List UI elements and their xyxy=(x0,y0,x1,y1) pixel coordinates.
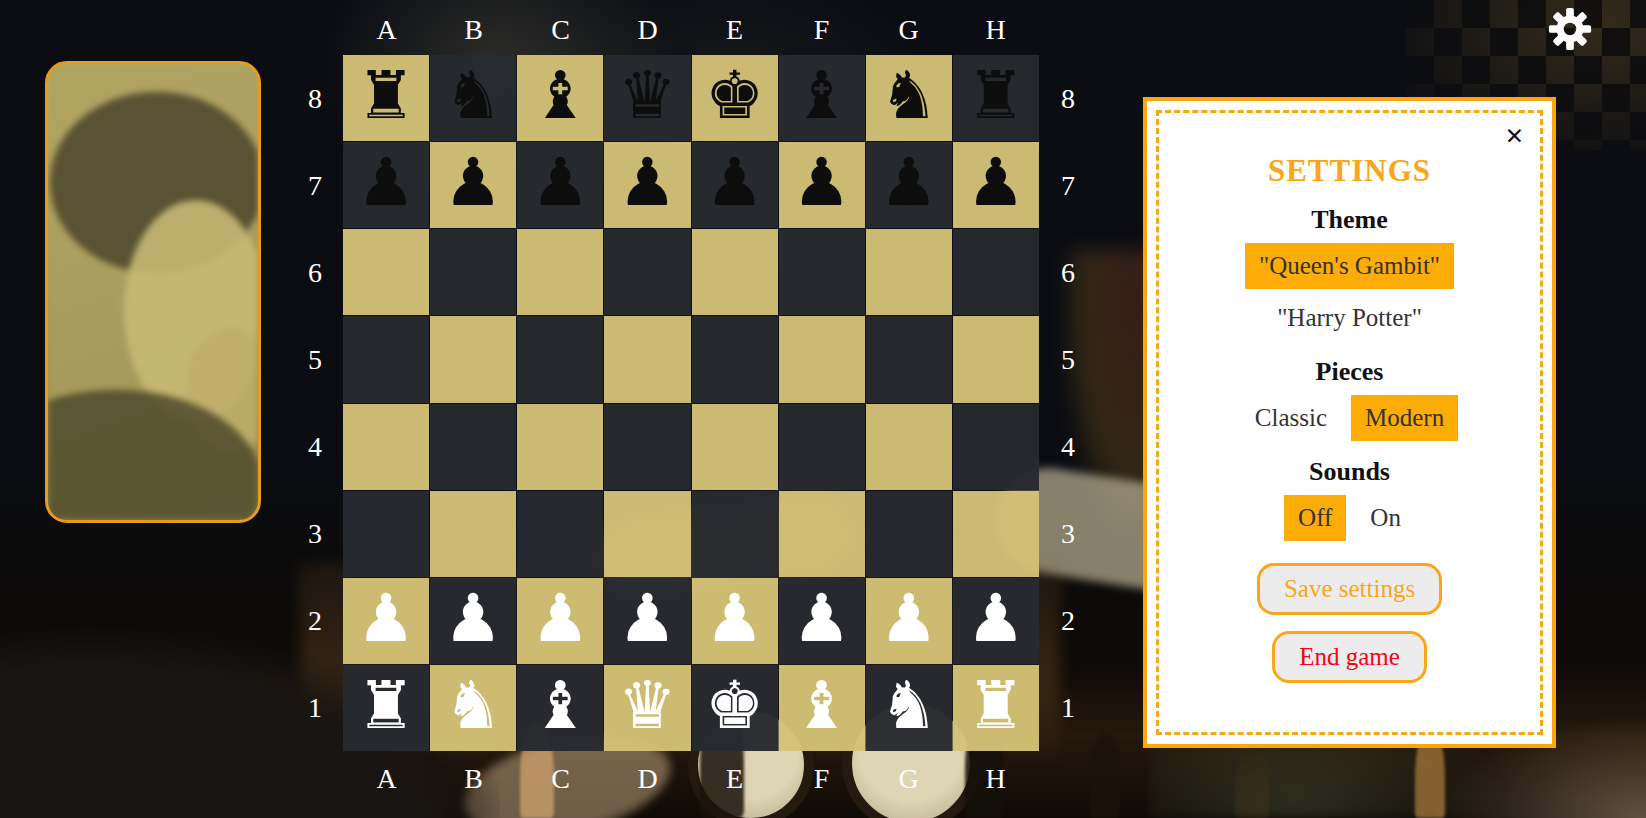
piece-white-knight: ♞ xyxy=(444,673,503,739)
square-b5[interactable] xyxy=(430,316,516,402)
rank-label-1: 1 xyxy=(1048,664,1088,751)
square-a3[interactable] xyxy=(343,491,429,577)
rank-labels-left: 87654321 xyxy=(295,55,335,751)
square-g8[interactable]: ♞ xyxy=(866,55,952,141)
rank-label-8: 8 xyxy=(1048,55,1088,142)
settings-title: SETTINGS xyxy=(1268,153,1431,189)
piece-white-rook: ♜ xyxy=(356,673,415,739)
square-g3[interactable] xyxy=(866,491,952,577)
square-g6[interactable] xyxy=(866,229,952,315)
settings-panel-inner: ✕ SETTINGS Theme "Queen's Gambit" "Harry… xyxy=(1156,110,1543,735)
rank-label-8: 8 xyxy=(295,55,335,142)
square-a6[interactable] xyxy=(343,229,429,315)
rank-label-2: 2 xyxy=(1048,577,1088,664)
rank-labels-right: 87654321 xyxy=(1048,55,1088,751)
square-d5[interactable] xyxy=(604,316,690,402)
square-e1[interactable]: ♚ xyxy=(692,665,778,751)
player-portrait xyxy=(48,64,258,520)
square-d4[interactable] xyxy=(604,404,690,490)
square-b7[interactable]: ♟ xyxy=(430,142,516,228)
square-b4[interactable] xyxy=(430,404,516,490)
square-a7[interactable]: ♟ xyxy=(343,142,429,228)
gear-icon xyxy=(1546,5,1594,53)
theme-option-queens-gambit[interactable]: "Queen's Gambit" xyxy=(1245,243,1454,289)
rank-label-4: 4 xyxy=(1048,403,1088,490)
piece-black-pawn: ♟ xyxy=(966,150,1025,216)
file-label-g: G xyxy=(865,760,952,798)
square-c3[interactable] xyxy=(517,491,603,577)
rank-label-5: 5 xyxy=(295,316,335,403)
piece-white-rook: ♜ xyxy=(966,673,1025,739)
pieces-options-row: Classic Modern xyxy=(1241,389,1458,441)
piece-black-pawn: ♟ xyxy=(531,150,590,216)
piece-white-queen: ♛ xyxy=(618,673,677,739)
square-h1[interactable]: ♜ xyxy=(953,665,1039,751)
file-label-h: H xyxy=(952,760,1039,798)
sounds-option-on[interactable]: On xyxy=(1356,495,1415,541)
square-d1[interactable]: ♛ xyxy=(604,665,690,751)
file-label-b: B xyxy=(430,760,517,798)
file-label-c: C xyxy=(517,12,604,48)
square-a1[interactable]: ♜ xyxy=(343,665,429,751)
file-label-a: A xyxy=(343,12,430,48)
rank-label-6: 6 xyxy=(295,229,335,316)
square-h8[interactable]: ♜ xyxy=(953,55,1039,141)
square-h2[interactable]: ♟ xyxy=(953,578,1039,664)
piece-white-pawn: ♟ xyxy=(879,586,938,652)
square-b3[interactable] xyxy=(430,491,516,577)
rank-label-7: 7 xyxy=(295,142,335,229)
square-g2[interactable]: ♟ xyxy=(866,578,952,664)
square-d2[interactable]: ♟ xyxy=(604,578,690,664)
square-c1[interactable]: ♝ xyxy=(517,665,603,751)
square-f7[interactable]: ♟ xyxy=(779,142,865,228)
rank-label-4: 4 xyxy=(295,403,335,490)
square-h4[interactable] xyxy=(953,404,1039,490)
piece-white-pawn: ♟ xyxy=(792,586,851,652)
piece-black-pawn: ♟ xyxy=(879,150,938,216)
square-e3[interactable] xyxy=(692,491,778,577)
file-label-g: G xyxy=(865,12,952,48)
rank-label-1: 1 xyxy=(295,664,335,751)
square-c5[interactable] xyxy=(517,316,603,402)
square-h7[interactable]: ♟ xyxy=(953,142,1039,228)
square-c2[interactable]: ♟ xyxy=(517,578,603,664)
theme-heading: Theme xyxy=(1311,205,1388,235)
piece-black-pawn: ♟ xyxy=(444,150,503,216)
square-b6[interactable] xyxy=(430,229,516,315)
file-label-f: F xyxy=(778,760,865,798)
square-g4[interactable] xyxy=(866,404,952,490)
square-e6[interactable] xyxy=(692,229,778,315)
close-icon[interactable]: ✕ xyxy=(1505,125,1524,148)
pieces-option-modern[interactable]: Modern xyxy=(1351,395,1458,441)
square-c7[interactable]: ♟ xyxy=(517,142,603,228)
rank-label-2: 2 xyxy=(295,577,335,664)
square-d3[interactable] xyxy=(604,491,690,577)
square-h6[interactable] xyxy=(953,229,1039,315)
square-f6[interactable] xyxy=(779,229,865,315)
square-b1[interactable]: ♞ xyxy=(430,665,516,751)
square-b8[interactable]: ♞ xyxy=(430,55,516,141)
piece-white-pawn: ♟ xyxy=(444,586,503,652)
square-f4[interactable] xyxy=(779,404,865,490)
piece-black-rook: ♜ xyxy=(966,63,1025,129)
piece-white-pawn: ♟ xyxy=(966,586,1025,652)
piece-black-knight: ♞ xyxy=(879,63,938,129)
rank-label-3: 3 xyxy=(295,490,335,577)
file-labels-bottom: ABCDEFGH xyxy=(343,760,1039,798)
file-label-d: D xyxy=(604,12,691,48)
file-label-h: H xyxy=(952,12,1039,48)
save-settings-button[interactable]: Save settings xyxy=(1257,563,1442,615)
square-c4[interactable] xyxy=(517,404,603,490)
square-h5[interactable] xyxy=(953,316,1039,402)
square-a8[interactable]: ♜ xyxy=(343,55,429,141)
square-g1[interactable]: ♞ xyxy=(866,665,952,751)
square-e8[interactable]: ♚ xyxy=(692,55,778,141)
piece-black-bishop: ♝ xyxy=(792,63,851,129)
file-labels-top: ABCDEFGH xyxy=(343,12,1039,48)
square-b2[interactable]: ♟ xyxy=(430,578,516,664)
square-d7[interactable]: ♟ xyxy=(604,142,690,228)
piece-white-bishop: ♝ xyxy=(792,673,851,739)
piece-white-bishop: ♝ xyxy=(531,673,590,739)
settings-panel: ✕ SETTINGS Theme "Queen's Gambit" "Harry… xyxy=(1143,97,1556,748)
piece-white-pawn: ♟ xyxy=(705,586,764,652)
square-e7[interactable]: ♟ xyxy=(692,142,778,228)
rank-label-3: 3 xyxy=(1048,490,1088,577)
square-g5[interactable] xyxy=(866,316,952,402)
player-avatar-card xyxy=(45,61,261,523)
file-label-a: A xyxy=(343,760,430,798)
square-e4[interactable] xyxy=(692,404,778,490)
piece-black-king: ♚ xyxy=(705,63,764,129)
chess-board: ♜♞♝♛♚♝♞♜♟♟♟♟♟♟♟♟♟♟♟♟♟♟♟♟♜♞♝♛♚♝♞♜ xyxy=(343,55,1039,751)
piece-black-pawn: ♟ xyxy=(356,150,415,216)
square-d6[interactable] xyxy=(604,229,690,315)
file-label-e: E xyxy=(691,760,778,798)
square-a2[interactable]: ♟ xyxy=(343,578,429,664)
square-f1[interactable]: ♝ xyxy=(779,665,865,751)
piece-black-pawn: ♟ xyxy=(792,150,851,216)
piece-white-pawn: ♟ xyxy=(531,586,590,652)
piece-white-king: ♚ xyxy=(705,673,764,739)
end-game-button[interactable]: End game xyxy=(1272,631,1427,683)
theme-option-harry-potter[interactable]: "Harry Potter" xyxy=(1263,295,1436,341)
file-label-d: D xyxy=(604,760,691,798)
piece-black-bishop: ♝ xyxy=(531,63,590,129)
sounds-heading: Sounds xyxy=(1309,457,1390,487)
rank-label-7: 7 xyxy=(1048,142,1088,229)
sounds-option-off[interactable]: Off xyxy=(1284,495,1346,541)
piece-black-rook: ♜ xyxy=(356,63,415,129)
square-f8[interactable]: ♝ xyxy=(779,55,865,141)
piece-black-knight: ♞ xyxy=(444,63,503,129)
square-d8[interactable]: ♛ xyxy=(604,55,690,141)
square-c8[interactable]: ♝ xyxy=(517,55,603,141)
file-label-b: B xyxy=(430,12,517,48)
piece-white-pawn: ♟ xyxy=(618,586,677,652)
pieces-heading: Pieces xyxy=(1316,357,1384,387)
piece-black-pawn: ♟ xyxy=(618,150,677,216)
sounds-options-row: Off On xyxy=(1284,489,1415,541)
file-label-e: E xyxy=(691,12,778,48)
rank-label-6: 6 xyxy=(1048,229,1088,316)
square-a4[interactable] xyxy=(343,404,429,490)
settings-gear-button[interactable] xyxy=(1546,5,1594,53)
square-g7[interactable]: ♟ xyxy=(866,142,952,228)
file-label-f: F xyxy=(778,12,865,48)
file-label-c: C xyxy=(517,760,604,798)
piece-white-pawn: ♟ xyxy=(356,586,415,652)
piece-black-queen: ♛ xyxy=(618,63,677,129)
rank-label-5: 5 xyxy=(1048,316,1088,403)
square-f2[interactable]: ♟ xyxy=(779,578,865,664)
piece-black-pawn: ♟ xyxy=(705,150,764,216)
square-a5[interactable] xyxy=(343,316,429,402)
square-f5[interactable] xyxy=(779,316,865,402)
square-f3[interactable] xyxy=(779,491,865,577)
piece-white-knight: ♞ xyxy=(879,673,938,739)
square-e5[interactable] xyxy=(692,316,778,402)
square-h3[interactable] xyxy=(953,491,1039,577)
background-wood-piece xyxy=(1090,734,1120,818)
pieces-option-classic[interactable]: Classic xyxy=(1241,395,1341,441)
square-e2[interactable]: ♟ xyxy=(692,578,778,664)
square-c6[interactable] xyxy=(517,229,603,315)
